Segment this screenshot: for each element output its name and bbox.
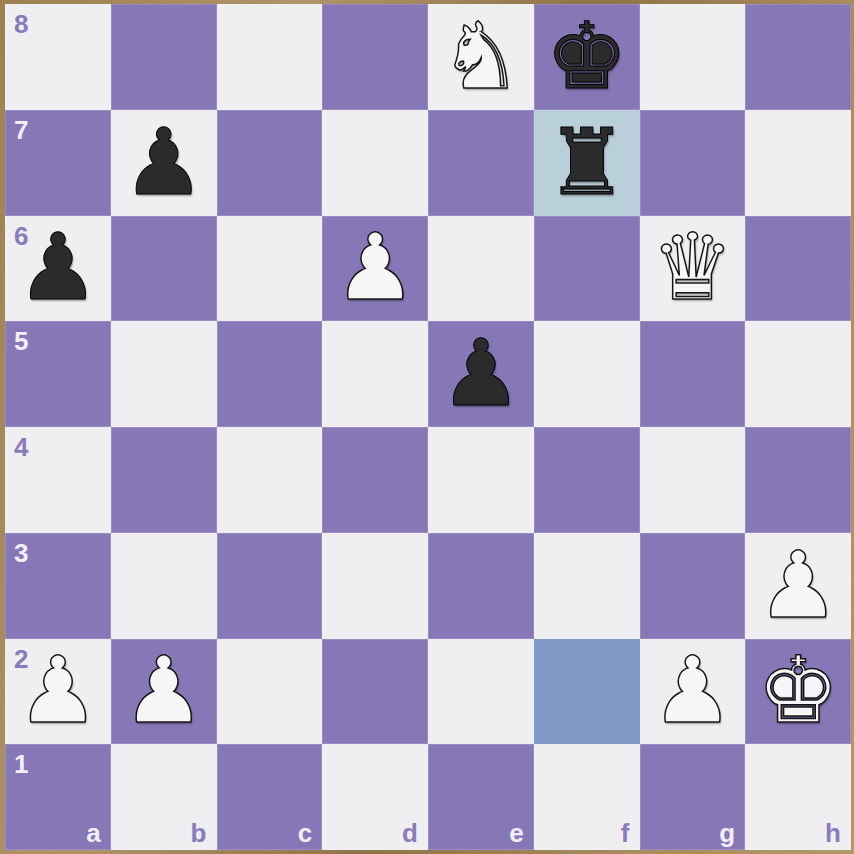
- white-knight-piece[interactable]: ♞: [440, 11, 522, 103]
- square-c5[interactable]: [217, 321, 323, 427]
- square-e3[interactable]: [428, 533, 534, 639]
- square-a8[interactable]: 8: [5, 4, 111, 110]
- white-queen-piece[interactable]: ♛: [651, 222, 733, 314]
- square-h6[interactable]: [745, 216, 851, 322]
- square-h7[interactable]: [745, 110, 851, 216]
- black-king-piece[interactable]: ♚: [545, 11, 627, 103]
- rank-label-8: 8: [14, 9, 28, 40]
- square-h3[interactable]: ♟: [745, 533, 851, 639]
- square-c7[interactable]: [217, 110, 323, 216]
- square-f8[interactable]: ♚: [534, 4, 640, 110]
- square-f5[interactable]: [534, 321, 640, 427]
- black-pawn-piece[interactable]: ♟: [17, 222, 99, 314]
- square-c8[interactable]: [217, 4, 323, 110]
- rank-label-3: 3: [14, 538, 28, 569]
- black-rook-piece[interactable]: ♜: [545, 117, 627, 209]
- square-c3[interactable]: [217, 533, 323, 639]
- file-label-d: d: [402, 818, 418, 849]
- file-label-h: h: [825, 818, 841, 849]
- square-e1[interactable]: e: [428, 744, 534, 850]
- square-f4[interactable]: [534, 427, 640, 533]
- square-g7[interactable]: [640, 110, 746, 216]
- square-g2[interactable]: ♟: [640, 639, 746, 745]
- file-label-f: f: [621, 818, 630, 849]
- file-label-c: c: [298, 818, 312, 849]
- square-g6[interactable]: ♛: [640, 216, 746, 322]
- square-b4[interactable]: [111, 427, 217, 533]
- white-pawn-piece[interactable]: ♟: [757, 540, 839, 632]
- square-c6[interactable]: [217, 216, 323, 322]
- file-label-e: e: [509, 818, 523, 849]
- square-f7[interactable]: ♜: [534, 110, 640, 216]
- rank-label-4: 4: [14, 432, 28, 463]
- square-e8[interactable]: ♞: [428, 4, 534, 110]
- square-e7[interactable]: [428, 110, 534, 216]
- square-d7[interactable]: [322, 110, 428, 216]
- square-f2[interactable]: [534, 639, 640, 745]
- square-a5[interactable]: 5: [5, 321, 111, 427]
- white-pawn-piece[interactable]: ♟: [122, 645, 204, 737]
- square-g1[interactable]: g: [640, 744, 746, 850]
- square-h8[interactable]: [745, 4, 851, 110]
- file-label-b: b: [191, 818, 207, 849]
- square-c1[interactable]: c: [217, 744, 323, 850]
- square-a3[interactable]: 3: [5, 533, 111, 639]
- black-pawn-piece[interactable]: ♟: [122, 117, 204, 209]
- square-h5[interactable]: [745, 321, 851, 427]
- square-d1[interactable]: d: [322, 744, 428, 850]
- square-e6[interactable]: [428, 216, 534, 322]
- square-b2[interactable]: ♟: [111, 639, 217, 745]
- square-d3[interactable]: [322, 533, 428, 639]
- square-b8[interactable]: [111, 4, 217, 110]
- square-a7[interactable]: 7: [5, 110, 111, 216]
- square-f3[interactable]: [534, 533, 640, 639]
- square-b6[interactable]: [111, 216, 217, 322]
- square-a2[interactable]: 2♟: [5, 639, 111, 745]
- rank-label-1: 1: [14, 749, 28, 780]
- square-b5[interactable]: [111, 321, 217, 427]
- black-pawn-piece[interactable]: ♟: [440, 328, 522, 420]
- square-g4[interactable]: [640, 427, 746, 533]
- square-c2[interactable]: [217, 639, 323, 745]
- square-b7[interactable]: ♟: [111, 110, 217, 216]
- square-e4[interactable]: [428, 427, 534, 533]
- square-d6[interactable]: ♟: [322, 216, 428, 322]
- square-g8[interactable]: [640, 4, 746, 110]
- square-d8[interactable]: [322, 4, 428, 110]
- square-e5[interactable]: ♟: [428, 321, 534, 427]
- white-pawn-piece[interactable]: ♟: [651, 645, 733, 737]
- square-f1[interactable]: f: [534, 744, 640, 850]
- square-g5[interactable]: [640, 321, 746, 427]
- square-h1[interactable]: h: [745, 744, 851, 850]
- square-e2[interactable]: [428, 639, 534, 745]
- rank-label-5: 5: [14, 326, 28, 357]
- square-b3[interactable]: [111, 533, 217, 639]
- file-label-a: a: [86, 818, 100, 849]
- square-a1[interactable]: 1a: [5, 744, 111, 850]
- white-pawn-piece[interactable]: ♟: [17, 645, 99, 737]
- square-a4[interactable]: 4: [5, 427, 111, 533]
- square-f6[interactable]: [534, 216, 640, 322]
- square-d5[interactable]: [322, 321, 428, 427]
- square-a6[interactable]: 6♟: [5, 216, 111, 322]
- square-c4[interactable]: [217, 427, 323, 533]
- white-king-piece[interactable]: ♚: [757, 645, 839, 737]
- rank-label-7: 7: [14, 115, 28, 146]
- square-g3[interactable]: [640, 533, 746, 639]
- square-h4[interactable]: [745, 427, 851, 533]
- square-d4[interactable]: [322, 427, 428, 533]
- chess-board: 8♞♚7♟♜6♟♟♛5♟43♟2♟♟♟♚1abcdefgh: [5, 4, 851, 850]
- file-label-g: g: [719, 818, 735, 849]
- square-d2[interactable]: [322, 639, 428, 745]
- square-b1[interactable]: b: [111, 744, 217, 850]
- square-h2[interactable]: ♚: [745, 639, 851, 745]
- board-frame: 8♞♚7♟♜6♟♟♛5♟43♟2♟♟♟♚1abcdefgh: [0, 0, 854, 854]
- white-pawn-piece[interactable]: ♟: [334, 222, 416, 314]
